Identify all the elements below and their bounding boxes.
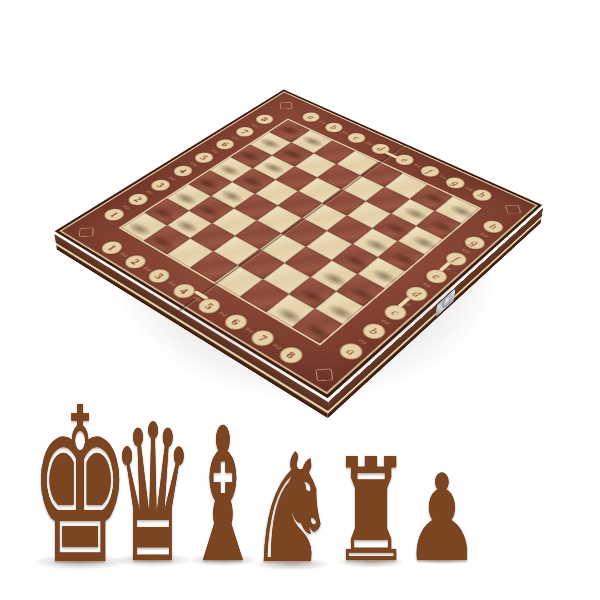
product-photo: 1a8h2b7g3c6f4d5e5e4d6f3c7g2b8h1a∾∾∾∾∾∾∾∾… <box>0 0 600 600</box>
tray-piece-queen: ♛ <box>112 400 194 590</box>
display-pieces-row: ♚♛♝♞♜♟ <box>0 0 600 600</box>
tray-piece-rook: ♜ <box>331 439 410 582</box>
tray-piece-pawn: ♟ <box>404 459 479 579</box>
tray-piece-knight: ♞ <box>248 434 337 584</box>
